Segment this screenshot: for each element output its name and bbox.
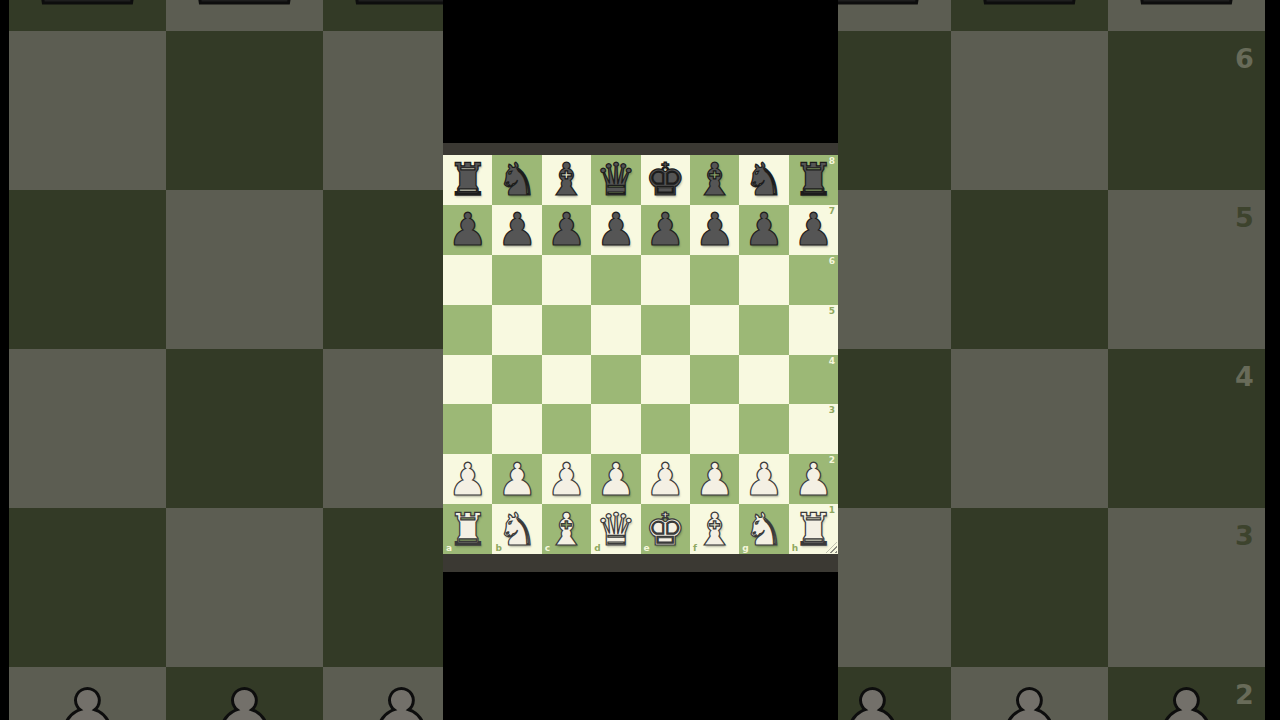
background-square	[951, 31, 1108, 190]
square-h4[interactable]: 4	[789, 355, 838, 405]
square-a6[interactable]	[443, 255, 492, 305]
square-c7[interactable]: ♟	[542, 205, 591, 255]
rank-label-7: 7	[829, 206, 835, 216]
background-square	[9, 349, 166, 508]
black-pawn-piece: ♟	[492, 205, 541, 255]
rank-label-1: 1	[829, 505, 835, 515]
black-knight-piece: ♞	[739, 155, 788, 205]
square-c6[interactable]	[542, 255, 591, 305]
square-e4[interactable]	[641, 355, 690, 405]
black-pawn-piece: ♟	[739, 205, 788, 255]
square-a8[interactable]: ♜	[443, 155, 492, 205]
background-square	[9, 190, 166, 349]
square-e5[interactable]	[641, 305, 690, 355]
black-king-piece: ♚	[641, 155, 690, 205]
square-h5[interactable]: 5	[789, 305, 838, 355]
square-h3[interactable]: 3	[789, 404, 838, 454]
left-black-strip	[0, 0, 9, 720]
rank-label-5: 5	[829, 306, 835, 316]
white-bishop-piece: ♝	[690, 504, 739, 554]
file-label-f: f	[693, 543, 697, 553]
square-g4[interactable]	[739, 355, 788, 405]
black-bishop-piece: ♝	[690, 155, 739, 205]
rank-label-3: 3	[829, 405, 835, 415]
black-pawn-piece: ♟	[443, 205, 492, 255]
black-pawn-piece: ♟	[591, 205, 640, 255]
background-black-pawn: ♟	[1108, 0, 1265, 31]
file-label-d: d	[594, 543, 600, 553]
square-b3[interactable]	[492, 404, 541, 454]
square-g5[interactable]	[739, 305, 788, 355]
square-b1[interactable]: ♞b	[492, 504, 541, 554]
background-rank-label-4: 4	[1235, 361, 1254, 392]
square-f8[interactable]: ♝	[690, 155, 739, 205]
square-b7[interactable]: ♟	[492, 205, 541, 255]
black-rook-piece: ♜	[443, 155, 492, 205]
black-bishop-piece: ♝	[542, 155, 591, 205]
background-rank-label-6: 6	[1235, 43, 1254, 74]
square-a5[interactable]	[443, 305, 492, 355]
square-d2[interactable]: ♟	[591, 454, 640, 504]
square-e6[interactable]	[641, 255, 690, 305]
square-d7[interactable]: ♟	[591, 205, 640, 255]
background-square	[166, 508, 323, 667]
rank-label-6: 6	[829, 256, 835, 266]
background-square	[166, 349, 323, 508]
file-label-c: c	[545, 543, 550, 553]
background-square	[9, 508, 166, 667]
file-label-h: h	[792, 543, 798, 553]
square-d6[interactable]	[591, 255, 640, 305]
square-a4[interactable]	[443, 355, 492, 405]
right-black-strip	[1265, 0, 1280, 720]
square-f4[interactable]	[690, 355, 739, 405]
square-a3[interactable]	[443, 404, 492, 454]
background-black-pawn: ♟	[951, 0, 1108, 31]
background-square	[166, 31, 323, 190]
square-g6[interactable]	[739, 255, 788, 305]
square-d5[interactable]	[591, 305, 640, 355]
board-bottom-bar	[443, 554, 838, 572]
rank-label-2: 2	[829, 455, 835, 465]
square-g7[interactable]: ♟	[739, 205, 788, 255]
chess-board[interactable]: ♜♞♝♛♚♝♞♜8♟♟♟♟♟♟♟♟76543♟♟♟♟♟♟♟♟2♜a♞b♝c♛d♚…	[443, 155, 838, 554]
background-black-pawn: ♟	[9, 0, 166, 31]
square-f1[interactable]: ♝f	[690, 504, 739, 554]
square-h1[interactable]: ♜1h	[789, 504, 838, 554]
square-d1[interactable]: ♛d	[591, 504, 640, 554]
square-b8[interactable]: ♞	[492, 155, 541, 205]
square-e3[interactable]	[641, 404, 690, 454]
rank-label-8: 8	[829, 156, 835, 166]
white-pawn-piece: ♟	[641, 454, 690, 504]
square-e1[interactable]: ♚e	[641, 504, 690, 554]
square-f5[interactable]	[690, 305, 739, 355]
file-label-b: b	[495, 543, 501, 553]
square-c2[interactable]: ♟	[542, 454, 591, 504]
square-a1[interactable]: ♜a	[443, 504, 492, 554]
square-h6[interactable]: 6	[789, 255, 838, 305]
background-square	[166, 190, 323, 349]
white-pawn-piece: ♟	[492, 454, 541, 504]
square-g2[interactable]: ♟	[739, 454, 788, 504]
square-h2[interactable]: ♟2	[789, 454, 838, 504]
black-queen-piece: ♛	[591, 155, 640, 205]
square-e2[interactable]: ♟	[641, 454, 690, 504]
square-g8[interactable]: ♞	[739, 155, 788, 205]
square-e7[interactable]: ♟	[641, 205, 690, 255]
video-center-column: ♜♞♝♛♚♝♞♜8♟♟♟♟♟♟♟♟76543♟♟♟♟♟♟♟♟2♜a♞b♝c♛d♚…	[443, 0, 838, 720]
white-pawn-piece: ♟	[739, 454, 788, 504]
square-g1[interactable]: ♞g	[739, 504, 788, 554]
square-c5[interactable]	[542, 305, 591, 355]
background-white-pawn: ♟	[951, 667, 1108, 720]
rank-label-4: 4	[829, 356, 835, 366]
square-e8[interactable]: ♚	[641, 155, 690, 205]
square-a7[interactable]: ♟	[443, 205, 492, 255]
background-black-pawn: ♟	[166, 0, 323, 31]
square-b4[interactable]	[492, 355, 541, 405]
file-label-a: a	[446, 543, 452, 553]
square-b2[interactable]: ♟	[492, 454, 541, 504]
white-pawn-piece: ♟	[542, 454, 591, 504]
background-rank-label-2: 2	[1235, 679, 1254, 710]
square-h7[interactable]: ♟7	[789, 205, 838, 255]
background-rank-label-5: 5	[1235, 202, 1254, 233]
background-white-pawn: ♟	[166, 667, 323, 720]
square-h8[interactable]: ♜8	[789, 155, 838, 205]
file-label-e: e	[644, 543, 650, 553]
background-square	[951, 508, 1108, 667]
square-f3[interactable]	[690, 404, 739, 454]
square-d8[interactable]: ♛	[591, 155, 640, 205]
black-knight-piece: ♞	[492, 155, 541, 205]
background-square	[9, 31, 166, 190]
square-f2[interactable]: ♟	[690, 454, 739, 504]
background-square	[951, 190, 1108, 349]
file-label-g: g	[742, 543, 748, 553]
square-c1[interactable]: ♝c	[542, 504, 591, 554]
square-c8[interactable]: ♝	[542, 155, 591, 205]
white-pawn-piece: ♟	[591, 454, 640, 504]
square-a2[interactable]: ♟	[443, 454, 492, 504]
black-pawn-piece: ♟	[641, 205, 690, 255]
background-white-pawn: ♟	[9, 667, 166, 720]
square-b6[interactable]	[492, 255, 541, 305]
square-c4[interactable]	[542, 355, 591, 405]
background-square	[951, 349, 1108, 508]
background-rank-label-3: 3	[1235, 520, 1254, 551]
square-f7[interactable]: ♟	[690, 205, 739, 255]
square-f6[interactable]	[690, 255, 739, 305]
white-pawn-piece: ♟	[690, 454, 739, 504]
white-pawn-piece: ♟	[443, 454, 492, 504]
square-d3[interactable]	[591, 404, 640, 454]
square-b5[interactable]	[492, 305, 541, 355]
square-c3[interactable]	[542, 404, 591, 454]
black-pawn-piece: ♟	[542, 205, 591, 255]
black-pawn-piece: ♟	[690, 205, 739, 255]
square-d4[interactable]	[591, 355, 640, 405]
square-g3[interactable]	[739, 404, 788, 454]
